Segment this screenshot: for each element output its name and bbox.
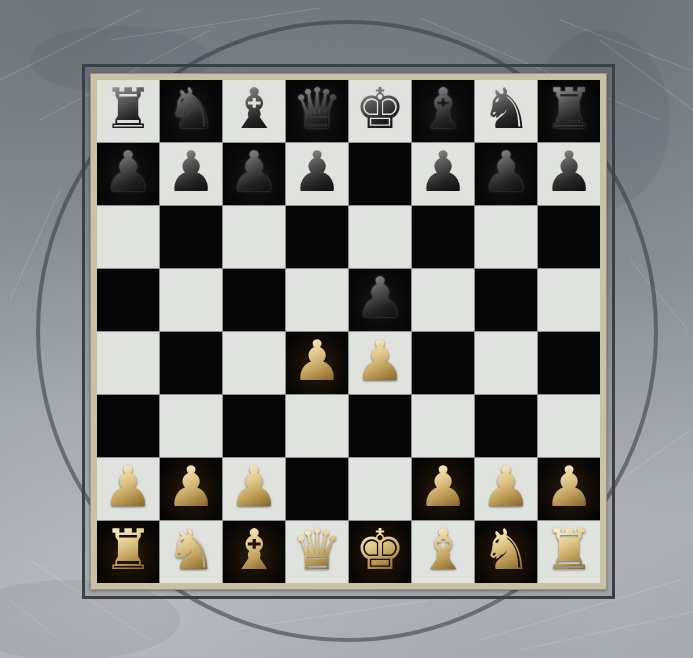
black-pawn[interactable]: ♟ <box>544 144 594 200</box>
white-rook[interactable]: ♜ <box>103 522 153 578</box>
square-a6[interactable] <box>97 206 159 268</box>
white-pawn[interactable]: ♟ <box>292 333 342 389</box>
square-d6[interactable] <box>286 206 348 268</box>
square-d7[interactable]: ♟ <box>286 143 348 205</box>
white-pawn[interactable]: ♟ <box>544 459 594 515</box>
square-b5[interactable] <box>160 269 222 331</box>
white-pawn[interactable]: ♟ <box>355 333 405 389</box>
square-b6[interactable] <box>160 206 222 268</box>
white-rook[interactable]: ♜ <box>544 522 594 578</box>
square-h4[interactable] <box>538 332 600 394</box>
white-pawn[interactable]: ♟ <box>166 459 216 515</box>
square-a3[interactable] <box>97 395 159 457</box>
square-d8[interactable]: ♛ <box>286 80 348 142</box>
square-c6[interactable] <box>223 206 285 268</box>
white-pawn[interactable]: ♟ <box>103 459 153 515</box>
square-b3[interactable] <box>160 395 222 457</box>
black-pawn[interactable]: ♟ <box>481 144 531 200</box>
white-knight[interactable]: ♞ <box>481 522 531 578</box>
white-king[interactable]: ♚ <box>355 522 405 578</box>
square-d1[interactable]: ♛ <box>286 521 348 583</box>
square-h1[interactable]: ♜ <box>538 521 600 583</box>
black-king[interactable]: ♚ <box>355 81 405 137</box>
white-pawn[interactable]: ♟ <box>481 459 531 515</box>
square-g4[interactable] <box>475 332 537 394</box>
black-knight[interactable]: ♞ <box>481 81 531 137</box>
white-bishop[interactable]: ♝ <box>229 522 279 578</box>
square-e1[interactable]: ♚ <box>349 521 411 583</box>
square-c1[interactable]: ♝ <box>223 521 285 583</box>
square-b1[interactable]: ♞ <box>160 521 222 583</box>
square-c2[interactable]: ♟ <box>223 458 285 520</box>
black-pawn[interactable]: ♟ <box>292 144 342 200</box>
black-knight[interactable]: ♞ <box>166 81 216 137</box>
square-a5[interactable] <box>97 269 159 331</box>
square-e2[interactable] <box>349 458 411 520</box>
chess-board[interactable]: ♜♞♝♛♚♝♞♜♟♟♟♟♟♟♟♟♟♟♟♟♟♟♟♟♜♞♝♛♚♝♞♜ <box>97 80 600 583</box>
square-c4[interactable] <box>223 332 285 394</box>
square-d3[interactable] <box>286 395 348 457</box>
square-e5[interactable]: ♟ <box>349 269 411 331</box>
black-pawn[interactable]: ♟ <box>166 144 216 200</box>
square-g6[interactable] <box>475 206 537 268</box>
square-g1[interactable]: ♞ <box>475 521 537 583</box>
square-g3[interactable] <box>475 395 537 457</box>
square-h3[interactable] <box>538 395 600 457</box>
square-c8[interactable]: ♝ <box>223 80 285 142</box>
square-d4[interactable]: ♟ <box>286 332 348 394</box>
square-e7[interactable] <box>349 143 411 205</box>
square-f4[interactable] <box>412 332 474 394</box>
black-rook[interactable]: ♜ <box>544 81 594 137</box>
square-d2[interactable] <box>286 458 348 520</box>
square-c3[interactable] <box>223 395 285 457</box>
square-e6[interactable] <box>349 206 411 268</box>
square-f7[interactable]: ♟ <box>412 143 474 205</box>
white-knight[interactable]: ♞ <box>166 522 216 578</box>
square-f6[interactable] <box>412 206 474 268</box>
square-f8[interactable]: ♝ <box>412 80 474 142</box>
square-f5[interactable] <box>412 269 474 331</box>
square-h8[interactable]: ♜ <box>538 80 600 142</box>
white-pawn[interactable]: ♟ <box>229 459 279 515</box>
white-bishop[interactable]: ♝ <box>418 522 468 578</box>
square-a7[interactable]: ♟ <box>97 143 159 205</box>
square-b2[interactable]: ♟ <box>160 458 222 520</box>
square-e8[interactable]: ♚ <box>349 80 411 142</box>
square-a1[interactable]: ♜ <box>97 521 159 583</box>
black-bishop[interactable]: ♝ <box>418 81 468 137</box>
square-h5[interactable] <box>538 269 600 331</box>
square-b7[interactable]: ♟ <box>160 143 222 205</box>
black-queen[interactable]: ♛ <box>292 81 342 137</box>
square-f2[interactable]: ♟ <box>412 458 474 520</box>
square-a4[interactable] <box>97 332 159 394</box>
square-g2[interactable]: ♟ <box>475 458 537 520</box>
white-pawn[interactable]: ♟ <box>418 459 468 515</box>
square-h2[interactable]: ♟ <box>538 458 600 520</box>
black-rook[interactable]: ♜ <box>103 81 153 137</box>
square-g7[interactable]: ♟ <box>475 143 537 205</box>
square-f1[interactable]: ♝ <box>412 521 474 583</box>
black-bishop[interactable]: ♝ <box>229 81 279 137</box>
black-pawn[interactable]: ♟ <box>103 144 153 200</box>
app-background: ♜♞♝♛♚♝♞♜♟♟♟♟♟♟♟♟♟♟♟♟♟♟♟♟♜♞♝♛♚♝♞♜ <box>0 0 693 658</box>
square-d5[interactable] <box>286 269 348 331</box>
square-g8[interactable]: ♞ <box>475 80 537 142</box>
square-e4[interactable]: ♟ <box>349 332 411 394</box>
black-pawn[interactable]: ♟ <box>418 144 468 200</box>
square-h6[interactable] <box>538 206 600 268</box>
square-c7[interactable]: ♟ <box>223 143 285 205</box>
square-b8[interactable]: ♞ <box>160 80 222 142</box>
white-queen[interactable]: ♛ <box>292 522 342 578</box>
square-a8[interactable]: ♜ <box>97 80 159 142</box>
square-c5[interactable] <box>223 269 285 331</box>
square-a2[interactable]: ♟ <box>97 458 159 520</box>
black-pawn[interactable]: ♟ <box>229 144 279 200</box>
square-g5[interactable] <box>475 269 537 331</box>
black-pawn[interactable]: ♟ <box>355 270 405 326</box>
board-border: ♜♞♝♛♚♝♞♜♟♟♟♟♟♟♟♟♟♟♟♟♟♟♟♟♜♞♝♛♚♝♞♜ <box>90 73 607 590</box>
square-e3[interactable] <box>349 395 411 457</box>
square-b4[interactable] <box>160 332 222 394</box>
square-h7[interactable]: ♟ <box>538 143 600 205</box>
square-f3[interactable] <box>412 395 474 457</box>
